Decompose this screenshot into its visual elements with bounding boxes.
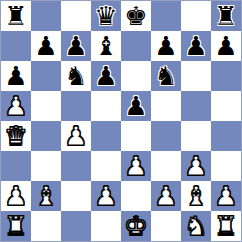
square-a7[interactable] (1, 31, 31, 61)
square-f3[interactable] (151, 151, 181, 181)
piece-black-pawn[interactable]: ♟ (214, 33, 237, 59)
square-f6[interactable]: ♞ (151, 61, 181, 91)
piece-black-pawn[interactable]: ♟ (124, 93, 147, 119)
square-c3[interactable] (61, 151, 91, 181)
square-h8[interactable]: ♜ (211, 1, 241, 31)
square-a4[interactable]: ♛ (1, 121, 31, 151)
square-g6[interactable] (181, 61, 211, 91)
piece-black-knight[interactable]: ♞ (154, 63, 177, 89)
square-c8[interactable] (61, 1, 91, 31)
square-b6[interactable] (31, 61, 61, 91)
piece-black-pawn[interactable]: ♟ (184, 33, 207, 59)
piece-black-pawn[interactable]: ♟ (64, 33, 87, 59)
square-g1[interactable]: ♞ (181, 211, 211, 241)
square-h7[interactable]: ♟ (211, 31, 241, 61)
piece-black-king[interactable]: ♚ (124, 3, 147, 29)
square-a5[interactable]: ♟ (1, 91, 31, 121)
square-d1[interactable] (91, 211, 121, 241)
square-g2[interactable]: ♝ (181, 181, 211, 211)
piece-white-rook[interactable]: ♜ (4, 213, 27, 239)
square-c2[interactable] (61, 181, 91, 211)
square-f1[interactable] (151, 211, 181, 241)
piece-white-rook[interactable]: ♜ (214, 213, 237, 239)
piece-black-queen[interactable]: ♛ (94, 3, 117, 29)
piece-white-pawn[interactable]: ♟ (4, 93, 27, 119)
piece-black-pawn[interactable]: ♟ (154, 33, 177, 59)
square-g7[interactable]: ♟ (181, 31, 211, 61)
piece-black-rook[interactable]: ♜ (4, 3, 27, 29)
square-a3[interactable] (1, 151, 31, 181)
square-f4[interactable] (151, 121, 181, 151)
square-b8[interactable] (31, 1, 61, 31)
piece-white-bishop[interactable]: ♝ (184, 183, 207, 209)
piece-black-pawn[interactable]: ♟ (94, 63, 117, 89)
square-h2[interactable]: ♟ (211, 181, 241, 211)
square-e3[interactable]: ♟ (121, 151, 151, 181)
square-e7[interactable] (121, 31, 151, 61)
square-d8[interactable]: ♛ (91, 1, 121, 31)
piece-white-knight[interactable]: ♞ (184, 213, 207, 239)
piece-black-pawn[interactable]: ♟ (4, 63, 27, 89)
square-c7[interactable]: ♟ (61, 31, 91, 61)
square-h4[interactable] (211, 121, 241, 151)
square-e5[interactable]: ♟ (121, 91, 151, 121)
square-d7[interactable]: ♝ (91, 31, 121, 61)
square-e1[interactable]: ♚ (121, 211, 151, 241)
piece-white-pawn[interactable]: ♟ (184, 153, 207, 179)
square-g4[interactable] (181, 121, 211, 151)
piece-white-pawn[interactable]: ♟ (154, 183, 177, 209)
square-g3[interactable]: ♟ (181, 151, 211, 181)
piece-white-pawn[interactable]: ♟ (4, 183, 27, 209)
square-c1[interactable] (61, 211, 91, 241)
square-b1[interactable] (31, 211, 61, 241)
square-h5[interactable] (211, 91, 241, 121)
piece-white-bishop[interactable]: ♝ (34, 183, 57, 209)
piece-black-pawn[interactable]: ♟ (34, 33, 57, 59)
chess-board: ♜♛♚♜♟♟♝♟♟♟♟♞♟♞♟♟♛♟♟♟♟♝♟♟♝♟♜♚♞♜ (0, 0, 242, 242)
piece-white-pawn[interactable]: ♟ (214, 183, 237, 209)
piece-black-knight[interactable]: ♞ (64, 63, 87, 89)
square-d5[interactable] (91, 91, 121, 121)
square-b3[interactable] (31, 151, 61, 181)
square-h1[interactable]: ♜ (211, 211, 241, 241)
square-a1[interactable]: ♜ (1, 211, 31, 241)
square-h3[interactable] (211, 151, 241, 181)
square-b7[interactable]: ♟ (31, 31, 61, 61)
piece-white-pawn[interactable]: ♟ (94, 183, 117, 209)
square-c6[interactable]: ♞ (61, 61, 91, 91)
square-e2[interactable] (121, 181, 151, 211)
square-f2[interactable]: ♟ (151, 181, 181, 211)
square-b4[interactable] (31, 121, 61, 151)
square-c4[interactable]: ♟ (61, 121, 91, 151)
square-g8[interactable] (181, 1, 211, 31)
square-e4[interactable] (121, 121, 151, 151)
square-d3[interactable] (91, 151, 121, 181)
square-h6[interactable] (211, 61, 241, 91)
square-e6[interactable] (121, 61, 151, 91)
square-b2[interactable]: ♝ (31, 181, 61, 211)
piece-black-rook[interactable]: ♜ (214, 3, 237, 29)
piece-white-pawn[interactable]: ♟ (124, 153, 147, 179)
square-b5[interactable] (31, 91, 61, 121)
square-g5[interactable] (181, 91, 211, 121)
square-f7[interactable]: ♟ (151, 31, 181, 61)
square-a8[interactable]: ♜ (1, 1, 31, 31)
square-f8[interactable] (151, 1, 181, 31)
piece-black-bishop[interactable]: ♝ (94, 33, 117, 59)
piece-white-pawn[interactable]: ♟ (64, 123, 87, 149)
square-d6[interactable]: ♟ (91, 61, 121, 91)
piece-white-queen[interactable]: ♛ (4, 123, 27, 149)
square-c5[interactable] (61, 91, 91, 121)
square-d4[interactable] (91, 121, 121, 151)
square-f5[interactable] (151, 91, 181, 121)
square-a2[interactable]: ♟ (1, 181, 31, 211)
square-e8[interactable]: ♚ (121, 1, 151, 31)
piece-white-king[interactable]: ♚ (124, 213, 147, 239)
square-a6[interactable]: ♟ (1, 61, 31, 91)
square-d2[interactable]: ♟ (91, 181, 121, 211)
